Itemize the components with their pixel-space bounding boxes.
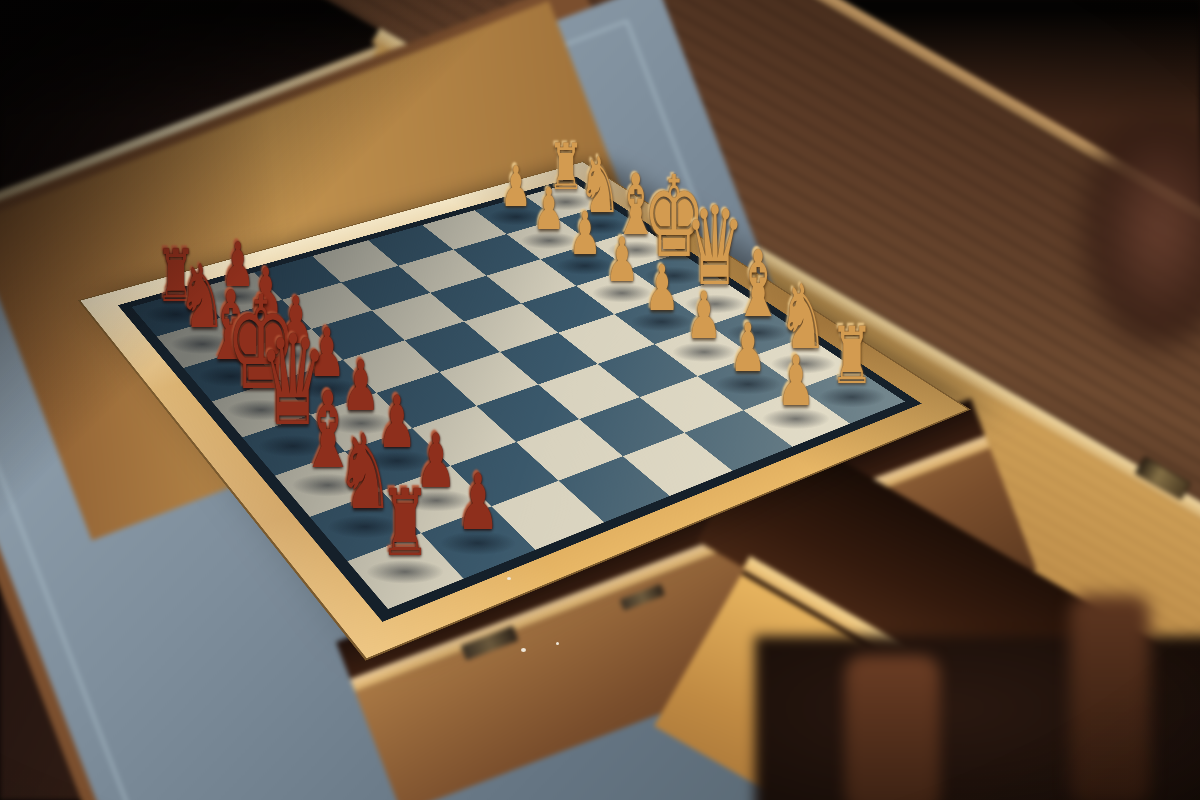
piece-white-pawn[interactable]: ♟ xyxy=(730,315,767,382)
piece-white-pawn[interactable]: ♟ xyxy=(568,205,601,264)
piece-black-pawn[interactable]: ♟ xyxy=(457,464,500,541)
piece-white-pawn[interactable]: ♟ xyxy=(605,230,639,291)
piece-white-pawn[interactable]: ♟ xyxy=(533,181,565,239)
piece-black-rook[interactable]: ♜ xyxy=(380,478,431,570)
piece-white-pawn[interactable]: ♟ xyxy=(777,348,815,417)
piece-white-rook[interactable]: ♜ xyxy=(830,316,873,395)
paint-speck xyxy=(507,577,511,580)
paint-speck xyxy=(521,648,526,652)
piece-white-pawn[interactable]: ♟ xyxy=(644,257,679,320)
paint-speck xyxy=(556,642,559,645)
table-leg xyxy=(845,655,940,800)
chess-table-photo: ♜♞♝♛♚♝♞♜♟♟♟♟♟♟♟♟♟♟♟♟♟♟♟♟♜♞♝♛♚♝♞♜ xyxy=(0,0,1200,800)
piece-white-pawn[interactable]: ♟ xyxy=(501,159,532,215)
piece-white-pawn[interactable]: ♟ xyxy=(686,285,722,350)
table-leg xyxy=(1070,595,1150,800)
